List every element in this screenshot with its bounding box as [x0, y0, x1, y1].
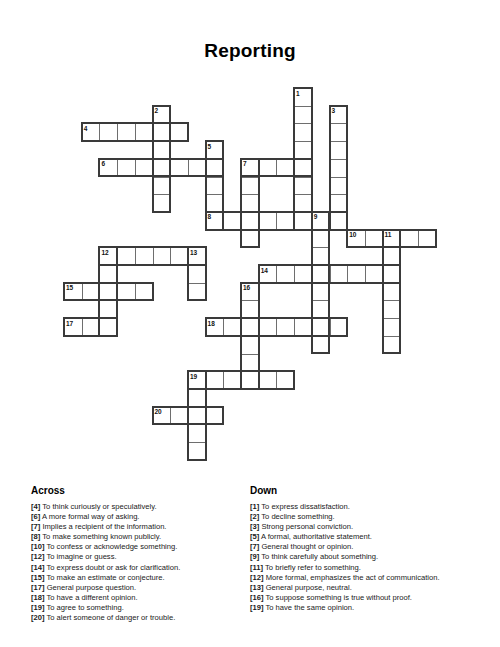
grid-cell[interactable]	[206, 159, 224, 177]
grid-cell[interactable]	[383, 300, 401, 318]
clue-item-12: [12] More formal, emphasizes the act of …	[250, 573, 468, 583]
clue-item-19: [19] To have the same opinion.	[250, 603, 468, 613]
grid-cell[interactable]	[294, 123, 312, 141]
grid-cell[interactable]	[206, 141, 224, 159]
grid-cell[interactable]	[418, 230, 436, 248]
grid-cell[interactable]	[153, 159, 171, 177]
across-header: Across	[31, 485, 249, 496]
grid-cell[interactable]	[82, 123, 100, 141]
grid-cell[interactable]	[82, 283, 100, 301]
grid-cell[interactable]	[188, 407, 206, 425]
clue-item-6: [6] A more formal way of asking.	[31, 512, 249, 522]
grid-cell[interactable]	[330, 194, 348, 212]
grid-cell[interactable]	[99, 123, 117, 141]
grid-cell[interactable]	[188, 265, 206, 283]
grid-cell[interactable]	[312, 300, 330, 318]
crossword-page: Reporting 123456789101112131415161718192…	[0, 0, 500, 647]
grid-cell[interactable]	[294, 141, 312, 159]
grid-cell[interactable]	[259, 265, 277, 283]
grid-cell[interactable]	[312, 247, 330, 265]
grid-cell[interactable]	[223, 371, 241, 389]
grid-cell[interactable]	[276, 371, 294, 389]
clue-item-9: [9] To think carefully about something.	[250, 552, 468, 562]
grid-cell[interactable]	[330, 141, 348, 159]
grid-cell[interactable]	[99, 159, 117, 177]
grid-cell[interactable]	[259, 371, 277, 389]
grid-cell[interactable]	[383, 247, 401, 265]
grid-cell[interactable]	[206, 194, 224, 212]
grid-cell[interactable]	[99, 318, 117, 336]
clue-item-11: [11] To briefly refer to something.	[250, 563, 468, 573]
grid-cell[interactable]	[383, 336, 401, 354]
grid-cell[interactable]	[188, 424, 206, 442]
down-clues-section: Down [1] To express dissatisfaction.[2] …	[250, 485, 468, 613]
grid-cell[interactable]	[259, 212, 277, 230]
grid-cell[interactable]	[241, 212, 259, 230]
grid-cell[interactable]	[241, 336, 259, 354]
grid-cell[interactable]	[276, 159, 294, 177]
grid-cell[interactable]	[312, 283, 330, 301]
puzzle-title: Reporting	[0, 40, 500, 62]
grid-cell[interactable]	[383, 265, 401, 283]
grid-cell[interactable]	[117, 159, 135, 177]
grid-cell[interactable]	[117, 123, 135, 141]
grid-cell[interactable]	[294, 194, 312, 212]
clue-item-7: [7] Implies a recipient of the informati…	[31, 522, 249, 532]
grid-cell[interactable]	[330, 159, 348, 177]
crossword-grid: 1234567891011121314151617181920	[64, 88, 444, 468]
grid-cell[interactable]	[153, 141, 171, 159]
grid-cell[interactable]	[117, 283, 135, 301]
grid-cell[interactable]	[135, 283, 153, 301]
grid-cell[interactable]	[241, 230, 259, 248]
grid-cell[interactable]	[206, 407, 224, 425]
grid-cell[interactable]	[330, 265, 348, 283]
clue-item-16: [16] To suppose something is true withou…	[250, 593, 468, 603]
grid-cell[interactable]	[135, 123, 153, 141]
grid-cell[interactable]	[99, 265, 117, 283]
grid-cell[interactable]	[241, 283, 259, 301]
grid-cell[interactable]	[241, 354, 259, 372]
clue-item-15: [15] To make an estimate or conjecture.	[31, 573, 249, 583]
clue-item-10: [10] To confess or acknowledge something…	[31, 542, 249, 552]
clue-item-7: [7] General thought or opinion.	[250, 542, 468, 552]
clue-item-4: [4] To think curiously or speculatively.	[31, 502, 249, 512]
grid-cell[interactable]	[64, 283, 82, 301]
grid-cell[interactable]	[312, 318, 330, 336]
grid-cell[interactable]	[330, 106, 348, 124]
grid-cell[interactable]	[347, 230, 365, 248]
grid-cell[interactable]	[188, 247, 206, 265]
grid-cell[interactable]	[312, 265, 330, 283]
grid-cell[interactable]	[99, 300, 117, 318]
grid-cell[interactable]	[241, 194, 259, 212]
grid-cell[interactable]	[153, 106, 171, 124]
grid-cell[interactable]	[206, 212, 224, 230]
grid-cell[interactable]	[153, 194, 171, 212]
grid-cell[interactable]	[330, 318, 348, 336]
grid-cell[interactable]	[223, 212, 241, 230]
clue-item-17: [17] General purpose question.	[31, 583, 249, 593]
grid-cell[interactable]	[117, 247, 135, 265]
grid-cell[interactable]	[365, 230, 383, 248]
grid-cell[interactable]	[294, 212, 312, 230]
grid-cell[interactable]	[82, 318, 100, 336]
grid-cell[interactable]	[400, 230, 418, 248]
grid-cell[interactable]	[188, 389, 206, 407]
across-clues-section: Across [4] To think curiously or specula…	[31, 485, 249, 623]
grid-cell[interactable]	[276, 265, 294, 283]
clue-item-3: [3] Strong personal conviction.	[250, 522, 468, 532]
grid-cell[interactable]	[170, 407, 188, 425]
grid-cell[interactable]	[294, 265, 312, 283]
grid-cell[interactable]	[64, 318, 82, 336]
grid-cell[interactable]	[259, 318, 277, 336]
grid-cell[interactable]	[330, 212, 348, 230]
clue-item-13: [13] General purpose, neutral.	[250, 583, 468, 593]
grid-cell[interactable]	[188, 442, 206, 460]
grid-cell[interactable]	[383, 283, 401, 301]
grid-cell[interactable]	[365, 265, 383, 283]
grid-cell[interactable]	[276, 318, 294, 336]
clue-item-18: [18] To have a different opinion.	[31, 593, 249, 603]
down-clue-list: [1] To express dissatisfaction.[2] To de…	[250, 502, 468, 613]
grid-cell[interactable]	[294, 159, 312, 177]
grid-cell[interactable]	[241, 371, 259, 389]
grid-cell[interactable]	[294, 106, 312, 124]
grid-cell[interactable]	[294, 88, 312, 106]
clue-item-5: [5] A formal, authoritative statement.	[250, 532, 468, 542]
clue-item-20: [20] To alert someone of danger or troub…	[31, 613, 249, 623]
grid-cell[interactable]	[383, 318, 401, 336]
across-clue-list: [4] To think curiously or speculatively.…	[31, 502, 249, 623]
clue-item-19: [19] To agree to something.	[31, 603, 249, 613]
grid-cell[interactable]	[99, 283, 117, 301]
grid-cell[interactable]	[206, 371, 224, 389]
grid-cell[interactable]	[170, 159, 188, 177]
grid-cell[interactable]	[312, 212, 330, 230]
grid-cell[interactable]	[241, 318, 259, 336]
grid-cell[interactable]	[241, 177, 259, 195]
grid-cell[interactable]	[276, 212, 294, 230]
grid-cell[interactable]	[188, 283, 206, 301]
grid-cell[interactable]	[188, 159, 206, 177]
grid-cell[interactable]	[223, 318, 241, 336]
clue-item-2: [2] To decline something.	[250, 512, 468, 522]
grid-cell[interactable]	[330, 123, 348, 141]
grid-cell[interactable]	[153, 177, 171, 195]
grid-cell[interactable]	[206, 177, 224, 195]
grid-cell[interactable]	[294, 318, 312, 336]
grid-cell[interactable]	[347, 265, 365, 283]
grid-cell[interactable]	[312, 336, 330, 354]
grid-cell[interactable]	[135, 247, 153, 265]
grid-cell[interactable]	[170, 123, 188, 141]
grid-cell[interactable]	[330, 177, 348, 195]
clue-item-12: [12] To imagine or guess.	[31, 552, 249, 562]
grid-cell[interactable]	[188, 371, 206, 389]
grid-cell[interactable]	[99, 247, 117, 265]
grid-cell[interactable]	[312, 230, 330, 248]
clue-item-1: [1] To express dissatisfaction.	[250, 502, 468, 512]
grid-cell[interactable]	[153, 247, 171, 265]
grid-cell[interactable]	[206, 318, 224, 336]
grid-cell[interactable]	[241, 300, 259, 318]
grid-cell[interactable]	[153, 123, 171, 141]
grid-cell[interactable]	[294, 177, 312, 195]
grid-cell[interactable]	[170, 247, 188, 265]
grid-cell[interactable]	[259, 159, 277, 177]
grid-cell[interactable]	[135, 159, 153, 177]
grid-cell[interactable]	[383, 230, 401, 248]
down-header: Down	[250, 485, 468, 496]
clue-item-8: [8] To make something known publicly.	[31, 532, 249, 542]
grid-cell[interactable]	[153, 407, 171, 425]
clue-item-14: [14] To express doubt or ask for clarifi…	[31, 563, 249, 573]
grid-cell[interactable]	[241, 159, 259, 177]
